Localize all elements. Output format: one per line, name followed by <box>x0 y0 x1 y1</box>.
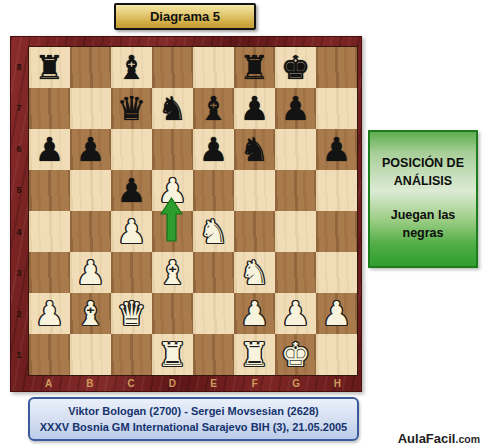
square-f3[interactable]: ♞ <box>234 252 275 293</box>
piece-black-pawn: ♟ <box>199 129 229 170</box>
file-label-d: D <box>152 377 193 391</box>
piece-black-queen: ♛ <box>117 88 147 129</box>
game-caption-box: Viktor Bologan (2700) - Sergei Movsesian… <box>28 397 359 441</box>
piece-white-bishop: ♝ <box>158 252 188 293</box>
square-b6[interactable]: ♟ <box>70 129 111 170</box>
square-d6[interactable] <box>152 129 193 170</box>
square-h2[interactable]: ♟ <box>316 293 357 334</box>
piece-black-pawn: ♟ <box>35 129 65 170</box>
square-h4[interactable] <box>316 211 357 252</box>
move-arrow-icon <box>160 197 183 242</box>
piece-black-pawn: ♟ <box>117 170 147 211</box>
square-c8[interactable]: ♝ <box>111 47 152 88</box>
square-g7[interactable]: ♟ <box>275 88 316 129</box>
file-label-f: F <box>234 377 275 391</box>
piece-black-king: ♚ <box>281 47 311 88</box>
square-b1[interactable] <box>70 334 111 375</box>
watermark-brand: AulaFacil <box>398 431 456 446</box>
piece-white-pawn: ♟ <box>240 293 270 334</box>
file-labels: ABCDEFGH <box>28 377 358 391</box>
piece-white-knight: ♞ <box>199 211 229 252</box>
square-h3[interactable] <box>316 252 357 293</box>
rank-label-3: 3 <box>11 252 27 293</box>
rank-label-8: 8 <box>11 46 27 87</box>
piece-black-rook: ♜ <box>35 47 65 88</box>
file-label-c: C <box>111 377 152 391</box>
square-f7[interactable]: ♟ <box>234 88 275 129</box>
square-h8[interactable] <box>316 47 357 88</box>
square-b4[interactable] <box>70 211 111 252</box>
square-g6[interactable] <box>275 129 316 170</box>
file-label-e: E <box>193 377 234 391</box>
square-b7[interactable] <box>70 88 111 129</box>
square-c1[interactable] <box>111 334 152 375</box>
square-c6[interactable] <box>111 129 152 170</box>
square-f5[interactable] <box>234 170 275 211</box>
square-d3[interactable]: ♝ <box>152 252 193 293</box>
square-d8[interactable] <box>152 47 193 88</box>
square-g5[interactable] <box>275 170 316 211</box>
square-a4[interactable] <box>29 211 70 252</box>
square-d2[interactable] <box>152 293 193 334</box>
square-g3[interactable] <box>275 252 316 293</box>
event-line: XXXV Bosnia GM International Sarajevo BI… <box>40 419 348 436</box>
square-e7[interactable]: ♝ <box>193 88 234 129</box>
rank-label-2: 2 <box>11 294 27 335</box>
square-a2[interactable]: ♟ <box>29 293 70 334</box>
square-f8[interactable]: ♜ <box>234 47 275 88</box>
square-f4[interactable] <box>234 211 275 252</box>
square-b8[interactable] <box>70 47 111 88</box>
piece-black-pawn: ♟ <box>240 88 270 129</box>
rank-label-5: 5 <box>11 170 27 211</box>
square-g4[interactable] <box>275 211 316 252</box>
piece-white-pawn: ♟ <box>322 293 352 334</box>
square-b5[interactable] <box>70 170 111 211</box>
diagram-title-badge: Diagrama 5 <box>114 3 256 30</box>
square-c3[interactable] <box>111 252 152 293</box>
rank-label-7: 7 <box>11 87 27 128</box>
piece-black-knight: ♞ <box>240 129 270 170</box>
file-label-g: G <box>276 377 317 391</box>
side-to-move-label: Juegan las negras <box>370 206 476 242</box>
rank-label-6: 6 <box>11 129 27 170</box>
square-d7[interactable]: ♞ <box>152 88 193 129</box>
square-c7[interactable]: ♛ <box>111 88 152 129</box>
piece-white-king: ♚ <box>281 334 311 375</box>
square-g8[interactable]: ♚ <box>275 47 316 88</box>
square-e8[interactable] <box>193 47 234 88</box>
players-line: Viktor Bologan (2700) - Sergei Movsesian… <box>68 403 318 420</box>
piece-white-rook: ♜ <box>240 334 270 375</box>
file-label-b: B <box>69 377 110 391</box>
watermark-suffix: .com <box>455 433 480 445</box>
square-e6[interactable]: ♟ <box>193 129 234 170</box>
square-g1[interactable]: ♚ <box>275 334 316 375</box>
file-label-h: H <box>317 377 358 391</box>
page: Diagrama 5 87654321 ♜♝♜♚♛♞♝♟♟♟♟♟♞♟♟♟♟♞♟♝… <box>0 0 483 448</box>
piece-black-rook: ♜ <box>240 47 270 88</box>
square-e1[interactable] <box>193 334 234 375</box>
file-label-a: A <box>28 377 69 391</box>
piece-black-pawn: ♟ <box>281 88 311 129</box>
piece-white-pawn: ♟ <box>281 293 311 334</box>
square-b3[interactable]: ♟ <box>70 252 111 293</box>
square-a5[interactable] <box>29 170 70 211</box>
square-f2[interactable]: ♟ <box>234 293 275 334</box>
piece-black-pawn: ♟ <box>76 129 106 170</box>
board-frame: 87654321 ♜♝♜♚♛♞♝♟♟♟♟♟♞♟♟♟♟♞♟♝♞♟♝♛♟♟♟♜♜♚ … <box>10 36 362 392</box>
piece-white-bishop: ♝ <box>76 293 106 334</box>
piece-black-pawn: ♟ <box>322 129 352 170</box>
rank-label-1: 1 <box>11 335 27 376</box>
square-b2[interactable]: ♝ <box>70 293 111 334</box>
square-f6[interactable]: ♞ <box>234 129 275 170</box>
diagram-title: Diagrama 5 <box>150 9 220 24</box>
piece-white-rook: ♜ <box>158 334 188 375</box>
square-a8[interactable]: ♜ <box>29 47 70 88</box>
square-c2[interactable]: ♛ <box>111 293 152 334</box>
piece-black-bishop: ♝ <box>117 47 147 88</box>
square-g2[interactable]: ♟ <box>275 293 316 334</box>
square-h5[interactable] <box>316 170 357 211</box>
piece-black-bishop: ♝ <box>199 88 229 129</box>
piece-white-knight: ♞ <box>240 252 270 293</box>
square-f1[interactable]: ♜ <box>234 334 275 375</box>
piece-white-pawn: ♟ <box>76 252 106 293</box>
square-h1[interactable] <box>316 334 357 375</box>
chess-board: ♜♝♜♚♛♞♝♟♟♟♟♟♞♟♟♟♟♞♟♝♞♟♝♛♟♟♟♜♜♚ <box>28 46 358 376</box>
square-h7[interactable] <box>316 88 357 129</box>
square-a6[interactable]: ♟ <box>29 129 70 170</box>
square-h6[interactable]: ♟ <box>316 129 357 170</box>
square-a7[interactable] <box>29 88 70 129</box>
square-a3[interactable] <box>29 252 70 293</box>
piece-black-knight: ♞ <box>158 88 188 129</box>
square-d1[interactable]: ♜ <box>152 334 193 375</box>
analysis-panel-heading: POSICIÓN DE ANÁLISIS <box>370 154 476 190</box>
piece-white-pawn: ♟ <box>35 293 65 334</box>
analysis-panel: POSICIÓN DE ANÁLISIS Juegan las negras <box>368 130 478 268</box>
watermark: AulaFacil.com <box>398 429 480 447</box>
square-a1[interactable] <box>29 334 70 375</box>
square-e3[interactable] <box>193 252 234 293</box>
square-e4[interactable]: ♞ <box>193 211 234 252</box>
square-e2[interactable] <box>193 293 234 334</box>
square-e5[interactable] <box>193 170 234 211</box>
piece-white-pawn: ♟ <box>117 211 147 252</box>
square-c4[interactable]: ♟ <box>111 211 152 252</box>
piece-white-queen: ♛ <box>117 293 147 334</box>
rank-label-4: 4 <box>11 211 27 252</box>
square-c5[interactable]: ♟ <box>111 170 152 211</box>
